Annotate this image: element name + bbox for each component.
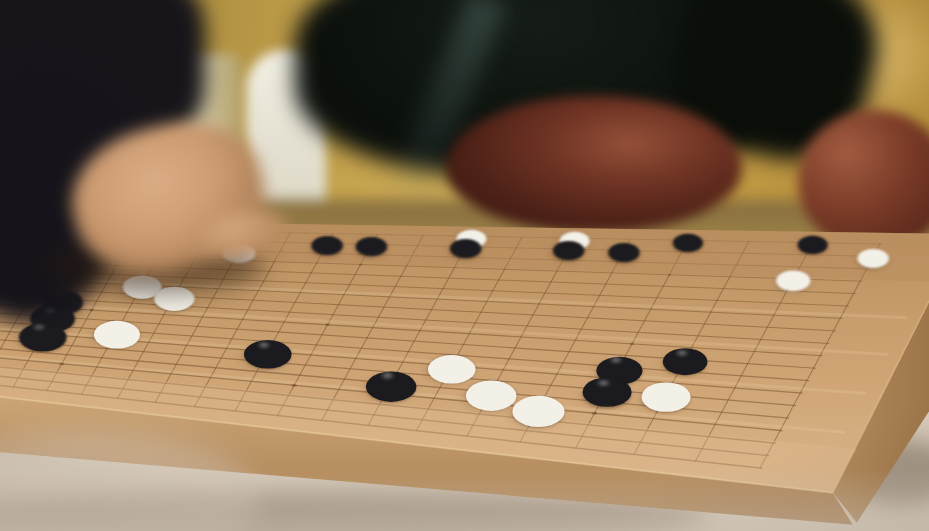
- black-stone: ●: [608, 245, 639, 256]
- black-stone: ●: [673, 235, 703, 245]
- black-stone: ●: [798, 238, 828, 248]
- white-stone: ●: [94, 323, 140, 338]
- white-stone: ●: [642, 387, 691, 403]
- black-stone: ●: [553, 244, 584, 255]
- stone-specular-highlight: [596, 379, 611, 387]
- foreground-defocus: [0, 468, 929, 531]
- stone-specular-highlight: [609, 356, 623, 364]
- black-stone: ●: [450, 241, 481, 252]
- stone-specular-highlight: [675, 349, 688, 357]
- white-stone: ●: [776, 273, 810, 285]
- stone-specular-highlight: [380, 371, 395, 379]
- go-game-photograph: ●●●●●●●●●●●●●●●●●●●●●●●●●●●: [0, 0, 929, 531]
- black-stone: ●: [356, 239, 387, 250]
- white-stone: ●: [858, 251, 889, 262]
- white-stone: ●: [513, 399, 565, 416]
- stone-specular-highlight: [257, 341, 271, 349]
- black-stone: ●: [312, 238, 343, 249]
